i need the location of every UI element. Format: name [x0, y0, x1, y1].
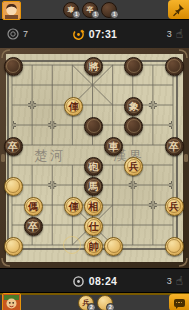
piece-hidden-red[interactable]: [165, 237, 184, 256]
captured-piece-兵: 兵2: [78, 295, 94, 310]
piece-hidden-red[interactable]: [4, 237, 23, 256]
top-player-bar: 7 07:31 3 ☝: [0, 20, 189, 49]
piece-black-將[interactable]: 將: [84, 57, 103, 76]
piece-red-兵[interactable]: 兵: [124, 157, 143, 176]
raised-hand-icon: ☝: [176, 275, 183, 287]
pin-button[interactable]: [168, 0, 189, 19]
avatar-photo-icon: [3, 2, 20, 19]
piece-hidden-black[interactable]: [165, 57, 184, 76]
captured-hidden-piece: 1: [101, 2, 117, 18]
avatar-cartoon-icon: [3, 294, 20, 310]
piece-hidden-red[interactable]: [4, 177, 23, 196]
pieces-layer: 將俥象卒車卒砲兵馬傌俥相兵卒仕帥: [0, 48, 189, 268]
piece-black-馬[interactable]: 馬: [84, 177, 103, 196]
bottom-right-count: 3: [167, 276, 172, 286]
top-right-count: 3: [167, 29, 172, 39]
bottom-player-bar: 08:24 3 ☝: [0, 268, 189, 294]
piece-black-車[interactable]: 車: [104, 137, 123, 156]
captured-hidden-piece: 2: [97, 295, 113, 310]
chat-button[interactable]: [169, 294, 189, 310]
pushpin-icon: [172, 3, 185, 17]
top-player-strip: 車1卒11: [0, 0, 189, 20]
captured-piece-車: 車1: [63, 2, 79, 18]
piece-hidden-black[interactable]: [4, 57, 23, 76]
top-clock-time: 07:31: [89, 28, 117, 40]
piece-black-卒[interactable]: 卒: [4, 137, 23, 156]
bottom-player-strip: 兵22: [0, 292, 189, 310]
piece-red-俥[interactable]: 俥: [64, 197, 83, 216]
piece-red-相[interactable]: 相: [84, 197, 103, 216]
top-captured-tray: 車1卒11: [63, 2, 120, 18]
xiangqi-board[interactable]: 楚河 漢界 將俥象卒車卒砲兵馬傌俥相兵卒仕帥: [0, 48, 189, 268]
captured-count-badge: 1: [72, 10, 81, 19]
piece-red-傌[interactable]: 傌: [24, 197, 43, 216]
piece-black-卒[interactable]: 卒: [24, 217, 43, 236]
piece-red-帥[interactable]: 帥: [84, 237, 103, 256]
bottom-captured-tray: 兵22: [78, 295, 116, 310]
bottom-clock: 08:24: [0, 269, 189, 293]
app-screen: 車1卒11 7 07:31 3 ☝: [0, 0, 189, 310]
piece-red-兵[interactable]: 兵: [165, 197, 184, 216]
piece-black-象[interactable]: 象: [124, 97, 143, 116]
bottom-right-counter[interactable]: 3 ☝: [167, 269, 183, 293]
captured-count-badge: 2: [106, 303, 115, 310]
piece-hidden-red[interactable]: [104, 237, 123, 256]
top-right-counter[interactable]: 3 ☝: [167, 20, 183, 48]
piece-hidden-black[interactable]: [84, 117, 103, 136]
captured-count-badge: 2: [87, 303, 96, 310]
piece-hidden-black[interactable]: [124, 117, 143, 136]
last-move-origin-marker: [63, 236, 81, 254]
captured-count-badge: 1: [91, 10, 100, 19]
inactive-clock-icon: [72, 275, 85, 288]
captured-count-badge: 1: [110, 10, 119, 19]
piece-hidden-black[interactable]: [124, 57, 143, 76]
piece-red-仕[interactable]: 仕: [84, 217, 103, 236]
captured-piece-卒: 卒1: [82, 2, 98, 18]
piece-red-俥[interactable]: 俥: [64, 97, 83, 116]
bottom-player-avatar[interactable]: [2, 293, 21, 310]
piece-black-砲[interactable]: 砲: [84, 157, 103, 176]
piece-black-卒[interactable]: 卒: [165, 137, 184, 156]
top-clock: 07:31: [0, 20, 189, 48]
raised-hand-icon: ☝: [176, 28, 183, 40]
chat-bubble-icon: [174, 299, 185, 307]
bottom-clock-time: 08:24: [89, 275, 117, 287]
active-clock-icon: [72, 28, 85, 41]
top-player-avatar[interactable]: [2, 1, 21, 20]
